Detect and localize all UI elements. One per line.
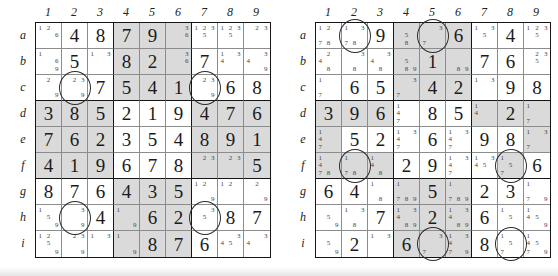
cell-left-b2[interactable]: 5 [62,49,88,75]
cell-right-g1[interactable]: 6 [316,179,342,205]
cell-right-b9[interactable]: 235 [524,49,550,75]
candidate-digit: 1 [524,23,533,32]
pencil-marks: 169 [36,49,61,74]
cell-left-d6[interactable]: 9 [166,101,192,127]
candidate-digit: 1 [446,179,454,188]
candidate-digit: 3 [541,127,550,136]
candidate-digit: 9 [411,66,419,75]
pencil-marks: 147 [394,101,419,126]
candidate-digit: 8 [324,170,332,179]
cell-left-a9[interactable]: 23 [244,23,270,49]
cell-right-d8[interactable]: 2 [498,101,524,127]
cell-right-f8[interactable]: 157 [498,153,524,179]
cell-left-i9[interactable]: 34 [244,231,270,257]
cell-right-f6[interactable]: 1347 [446,153,472,179]
cell-left-b3[interactable]: 13 [88,49,114,75]
candidate-digit: 8 [324,40,332,49]
candidate-digit: 2 [253,23,262,32]
candidate-digit: 1 [472,75,480,84]
cell-right-b4[interactable]: 589 [394,49,420,75]
cell-left-i5[interactable]: 8 [140,231,166,257]
candidate-digit: 3 [359,49,367,58]
candidate-digit: 1 [498,205,506,214]
cell-left-a6[interactable]: 36 [166,23,192,49]
cell-left-c9[interactable]: 8 [244,75,270,101]
candidate-digit: 2 [253,179,262,188]
candidate-digit: 4 [316,58,324,66]
candidate-digit: 9 [411,222,419,231]
candidate-digit: 2 [200,179,208,188]
solved-digit: 5 [96,104,106,123]
cell-left-i3[interactable]: 13 [88,231,114,257]
solved-digit: 7 [70,182,80,201]
pencil-marks: 1345 [472,153,497,178]
cell-right-c6[interactable]: 2 [446,75,472,101]
col-label-4: 4 [393,5,419,22]
cell-right-b3[interactable]: 348 [368,49,394,75]
cell-right-d9[interactable]: 17 [524,101,550,127]
solved-digit: 8 [226,208,236,227]
cell-right-c7[interactable]: 13 [472,75,498,101]
cell-right-c4[interactable]: 37 [394,75,420,101]
solved-digit: 6 [70,130,80,149]
cell-left-b8[interactable]: 134 [218,49,244,75]
solved-digit: 5 [148,130,158,149]
cell-right-d2[interactable]: 9 [342,101,368,127]
cell-right-g5[interactable]: 5 [420,179,446,205]
candidate-digit: 2 [70,231,78,240]
candidate-digit: 6 [183,58,191,66]
cell-right-d7[interactable]: 14 [472,101,498,127]
pencil-marks: 37 [394,75,419,100]
solved-digit: 6 [532,156,542,175]
candidate-digit: 8 [376,66,384,75]
cell-right-a4[interactable]: 58 [394,23,420,49]
cell-left-h9[interactable]: 7 [244,205,270,231]
cell-left-g6[interactable]: 5 [166,179,192,205]
candidate-digit: 4 [218,240,226,249]
solved-digit: 6 [428,130,438,149]
cell-left-a7[interactable]: 1235 [192,23,218,49]
cell-left-e9[interactable]: 1 [244,127,270,153]
cell-right-i2[interactable]: 2 [342,231,368,257]
cell-left-a8[interactable]: 1235 [218,23,244,49]
pencil-marks: 1478 [316,153,341,178]
cell-right-b7[interactable]: 7 [472,49,498,75]
candidate-digit: 1 [36,205,44,214]
cell-right-h6[interactable]: 13489 [446,205,472,231]
candidate-digit: 8 [350,222,358,231]
cell-right-i7[interactable]: 8 [472,231,498,257]
pencil-marks: 38 [342,49,367,74]
cell-left-h1[interactable]: 159 [36,205,62,231]
solved-digit: 7 [148,156,158,175]
solved-digit: 5 [252,156,262,175]
candidate-digit: 8 [454,66,462,75]
candidate-digit: 1 [114,231,122,240]
cell-right-c2[interactable]: 6 [342,75,368,101]
cell-left-h5[interactable]: 6 [140,205,166,231]
solved-digit: 5 [174,182,184,201]
cell-left-i4[interactable]: 19 [114,231,140,257]
cell-left-d1[interactable]: 3 [36,101,62,127]
solved-digit: 2 [506,104,516,123]
candidate-digit: 9 [209,196,217,205]
cell-left-d2[interactable]: 8 [62,101,88,127]
pencil-marks: 239 [62,231,87,257]
cell-right-f1[interactable]: 1478 [316,153,342,179]
candidate-digit: 3 [437,231,445,240]
candidate-digit: 8 [402,40,410,49]
cell-left-e7[interactable]: 8 [192,127,218,153]
cell-right-b6[interactable]: 89 [446,49,472,75]
candidate-digit: 1 [342,23,350,32]
cell-right-f4[interactable]: 2 [394,153,420,179]
row-label-g: g [291,178,315,204]
candidate-digit: 1 [342,205,350,214]
candidate-digit: 1 [88,231,96,240]
cell-left-h4[interactable]: 19 [114,205,140,231]
cell-right-e6[interactable]: 1347 [446,127,472,153]
solved-digit: 7 [200,52,210,71]
row-label-e: e [11,126,35,152]
candidate-digit: 7 [420,248,428,257]
cell-right-e5[interactable]: 6 [420,127,446,153]
solved-digit: 9 [506,78,516,97]
cell-left-d5[interactable]: 1 [140,101,166,127]
candidate-digit: 3 [359,23,367,32]
cell-right-b8[interactable]: 6 [498,49,524,75]
solved-digit: 5 [122,78,132,97]
cell-left-f5[interactable]: 7 [140,153,166,179]
solved-digit: 7 [376,208,386,227]
solved-digit: 6 [252,104,262,123]
cell-left-a4[interactable]: 7 [114,23,140,49]
cell-right-g3[interactable]: 18 [368,179,394,205]
solved-digit: 2 [480,182,490,201]
col-label-7: 7 [191,5,217,22]
candidate-digit: 5 [44,240,52,249]
cell-left-a1[interactable]: 126 [36,23,62,49]
cell-left-e3[interactable]: 2 [88,127,114,153]
cell-left-g8[interactable]: 12 [218,179,244,205]
cell-right-i5[interactable]: 37 [420,231,446,257]
solved-digit: 6 [350,78,360,97]
candidate-digit: 1 [218,23,226,32]
candidate-digit: 1 [114,205,122,214]
cell-right-e9[interactable]: 137 [524,127,550,153]
cell-right-d4[interactable]: 147 [394,101,420,127]
solved-digit: 5 [350,130,360,149]
pencil-marks: 1789 [394,179,419,204]
cell-left-h7[interactable]: 35 [192,205,218,231]
candidate-digit: 3 [489,153,497,162]
cell-right-d5[interactable]: 8 [420,101,446,127]
solved-digit: 3 [506,182,516,201]
cell-left-f3[interactable]: 9 [88,153,114,179]
cell-left-d4[interactable]: 2 [114,101,140,127]
cell-left-i6[interactable]: 7 [166,231,192,257]
candidate-digit: 5 [506,240,514,249]
solved-digit: 9 [376,26,386,45]
solved-digit: 4 [44,156,54,175]
cell-right-h1[interactable]: 59 [316,205,342,231]
cell-right-h3[interactable]: 7 [368,205,394,231]
pencil-marks: 39 [62,205,87,230]
solved-digit: 8 [148,235,158,254]
cell-left-a2[interactable]: 4 [62,23,88,49]
cell-left-b1[interactable]: 169 [36,49,62,75]
cell-left-g2[interactable]: 7 [62,179,88,205]
cell-right-i6[interactable]: 13479 [446,231,472,257]
cell-left-i8[interactable]: 345 [218,231,244,257]
cell-left-b9[interactable]: 349 [244,49,270,75]
cell-left-f9[interactable]: 5 [244,153,270,179]
solved-digit: 1 [174,78,184,97]
cell-right-a5[interactable]: 37 [420,23,446,49]
cell-right-c3[interactable]: 5 [368,75,394,101]
row-label-b: b [11,48,35,74]
cell-left-d3[interactable]: 5 [88,101,114,127]
cell-left-h2[interactable]: 39 [62,205,88,231]
cell-left-c7[interactable]: 239 [192,75,218,101]
cell-right-h4[interactable]: 13489 [394,205,420,231]
pencil-marks: 58 [394,23,419,48]
row-label-g: g [11,178,35,204]
sudoku-figure-left: 123456789 abcdefghi 12648793612351235231… [11,5,271,258]
cell-right-f9[interactable]: 6 [524,153,550,179]
cell-left-c1[interactable]: 29 [36,75,62,101]
cell-left-f8[interactable]: 23 [218,153,244,179]
cell-right-a2[interactable]: 1378 [342,23,368,49]
solved-digit: 5 [70,52,80,71]
solved-digit: 4 [174,130,184,149]
cell-right-h8[interactable]: 15 [498,205,524,231]
cell-left-f2[interactable]: 1 [62,153,88,179]
cell-left-i7[interactable]: 6 [192,231,218,257]
candidate-digit: 9 [333,248,341,257]
cell-left-b5[interactable]: 2 [140,49,166,75]
cell-left-f7[interactable]: 23 [192,153,218,179]
cell-right-e7[interactable]: 9 [472,127,498,153]
pencil-marks: 23 [244,23,270,48]
candidate-digit: 3 [463,127,471,136]
candidate-digit: 3 [463,153,471,162]
cell-right-a8[interactable]: 4 [498,23,524,49]
cell-left-e1[interactable]: 7 [36,127,62,153]
cell-right-h2[interactable]: 138 [342,205,368,231]
candidate-digit: 9 [541,196,550,205]
candidate-digit: 1 [368,179,376,188]
cell-right-c1[interactable]: 17 [316,75,342,101]
cell-left-f6[interactable]: 8 [166,153,192,179]
cell-right-a9[interactable]: 1235 [524,23,550,49]
row-label-e: e [291,126,315,152]
cell-left-c2[interactable]: 239 [62,75,88,101]
cell-left-g3[interactable]: 6 [88,179,114,205]
cell-left-g9[interactable]: 29 [244,179,270,205]
candidate-digit: 3 [209,153,217,162]
pencil-marks: 1789 [446,179,471,204]
cell-right-a7[interactable]: 135 [472,23,498,49]
cell-right-i3[interactable]: 13 [368,231,394,257]
pencil-marks: 1347 [446,153,471,178]
cell-left-d9[interactable]: 6 [244,101,270,127]
candidate-digit: 4 [524,214,533,222]
row-label-b: b [291,48,315,74]
candidate-digit: 5 [226,240,234,249]
cell-right-d3[interactable]: 6 [368,101,394,127]
cell-left-d8[interactable]: 7 [218,101,244,127]
candidate-digit: 7 [316,92,324,101]
solved-digit: 7 [174,235,184,254]
cell-right-h9[interactable]: 1459 [524,205,550,231]
pencil-marks: 14579 [524,231,550,257]
cell-right-c9[interactable]: 8 [524,75,550,101]
cell-right-g7[interactable]: 2 [472,179,498,205]
cell-right-f5[interactable]: 9 [420,153,446,179]
cell-left-e5[interactable]: 5 [140,127,166,153]
pencil-marks: 147 [316,127,341,152]
cell-right-d1[interactable]: 3 [316,101,342,127]
cell-right-g2[interactable]: 4 [342,179,368,205]
cell-right-e4[interactable]: 1347 [394,127,420,153]
solved-digit: 2 [376,130,386,149]
cell-right-c8[interactable]: 9 [498,75,524,101]
cell-right-h5[interactable]: 2 [420,205,446,231]
candidate-digit: 9 [541,248,550,257]
cell-right-d6[interactable]: 5 [446,101,472,127]
candidate-digit: 3 [235,49,243,58]
cell-left-i2[interactable]: 239 [62,231,88,257]
candidate-digit: 3 [105,49,113,58]
cell-right-a3[interactable]: 9 [368,23,394,49]
solved-digit: 9 [96,156,106,175]
cell-right-c5[interactable]: 4 [420,75,446,101]
cell-right-a6[interactable]: 6 [446,23,472,49]
cell-right-e3[interactable]: 2 [368,127,394,153]
row-label-c: c [11,74,35,100]
cell-left-c4[interactable]: 5 [114,75,140,101]
solved-digit: 4 [428,78,438,97]
cell-right-g8[interactable]: 3 [498,179,524,205]
cell-left-b7[interactable]: 7 [192,49,218,75]
cell-left-a3[interactable]: 8 [88,23,114,49]
solved-digit: 7 [252,208,262,227]
solved-digit: 2 [122,104,132,123]
cell-right-g6[interactable]: 1789 [446,179,472,205]
cell-right-i9[interactable]: 14579 [524,231,550,257]
cell-right-f7[interactable]: 1345 [472,153,498,179]
cell-left-f4[interactable]: 6 [114,153,140,179]
cell-right-i8[interactable]: 157 [498,231,524,257]
candidate-digit: 7 [446,170,454,179]
cell-left-c5[interactable]: 4 [140,75,166,101]
cell-left-d7[interactable]: 4 [192,101,218,127]
pencil-marks: 148 [368,153,393,178]
candidate-digit: 4 [472,162,480,170]
solved-digit: 8 [532,78,542,97]
cell-left-h3[interactable]: 4 [88,205,114,231]
pencil-marks: 135 [472,23,497,48]
cell-right-b2[interactable]: 38 [342,49,368,75]
cell-right-e8[interactable]: 8 [498,127,524,153]
candidate-digit: 9 [333,222,341,231]
candidate-digit: 8 [454,222,462,231]
cell-left-h6[interactable]: 2 [166,205,192,231]
cell-left-c8[interactable]: 6 [218,75,244,101]
cell-right-e1[interactable]: 147 [316,127,342,153]
cell-left-e6[interactable]: 4 [166,127,192,153]
cell-right-g4[interactable]: 1789 [394,179,420,205]
cell-left-g1[interactable]: 8 [36,179,62,205]
candidate-digit: 1 [498,231,506,240]
solved-digit: 6 [122,156,132,175]
cell-left-c6[interactable]: 1 [166,75,192,101]
cell-right-f3[interactable]: 148 [368,153,394,179]
pencil-marks: 137 [524,127,550,152]
pencil-marks: 134 [218,49,243,74]
pencil-marks: 239 [192,75,217,100]
cell-left-g7[interactable]: 129 [192,179,218,205]
cell-left-c3[interactable]: 7 [88,75,114,101]
cell-left-b4[interactable]: 8 [114,49,140,75]
candidate-digit: 2 [44,231,52,240]
cell-left-b6[interactable]: 36 [166,49,192,75]
cell-left-g5[interactable]: 3 [140,179,166,205]
cell-right-e2[interactable]: 5 [342,127,368,153]
cell-right-i1[interactable]: 59 [316,231,342,257]
column-labels-left: 123456789 [35,5,271,22]
candidate-digit: 9 [261,196,270,205]
candidate-digit: 4 [472,110,480,118]
pencil-marks: 23 [192,153,217,178]
cell-left-e8[interactable]: 9 [218,127,244,153]
cell-left-e4[interactable]: 3 [114,127,140,153]
candidate-digit: 9 [53,248,61,257]
cell-right-h7[interactable]: 6 [472,205,498,231]
cell-left-a5[interactable]: 9 [140,23,166,49]
pencil-marks: 235 [524,49,550,74]
cell-right-i4[interactable]: 6 [394,231,420,257]
candidate-digit: 3 [235,153,243,162]
pencil-marks: 19 [114,205,139,230]
candidate-digit: 9 [411,196,419,205]
cell-left-f1[interactable]: 4 [36,153,62,179]
cell-left-g4[interactable]: 4 [114,179,140,205]
candidate-digit: 1 [88,49,96,58]
cell-right-b5[interactable]: 1 [420,49,446,75]
col-label-6: 6 [445,5,471,22]
candidate-digit: 2 [200,153,208,162]
solved-digit: 4 [350,182,360,201]
candidate-digit: 9 [131,222,139,231]
cell-right-a1[interactable]: 1278 [316,23,342,49]
candidate-digit: 8 [454,196,462,205]
solved-digit: 3 [148,182,158,201]
cell-left-i1[interactable]: 1259 [36,231,62,257]
pencil-marks: 29 [36,75,61,100]
cell-right-g9[interactable]: 179 [524,179,550,205]
pencil-marks: 36 [166,49,191,74]
cell-right-b1[interactable]: 248 [316,49,342,75]
row-label-f: f [11,152,35,178]
solved-digit: 3 [44,104,54,123]
candidate-digit: 3 [235,23,243,32]
cell-right-f2[interactable]: 178 [342,153,368,179]
cell-left-e2[interactable]: 6 [62,127,88,153]
cell-left-h8[interactable]: 8 [218,205,244,231]
